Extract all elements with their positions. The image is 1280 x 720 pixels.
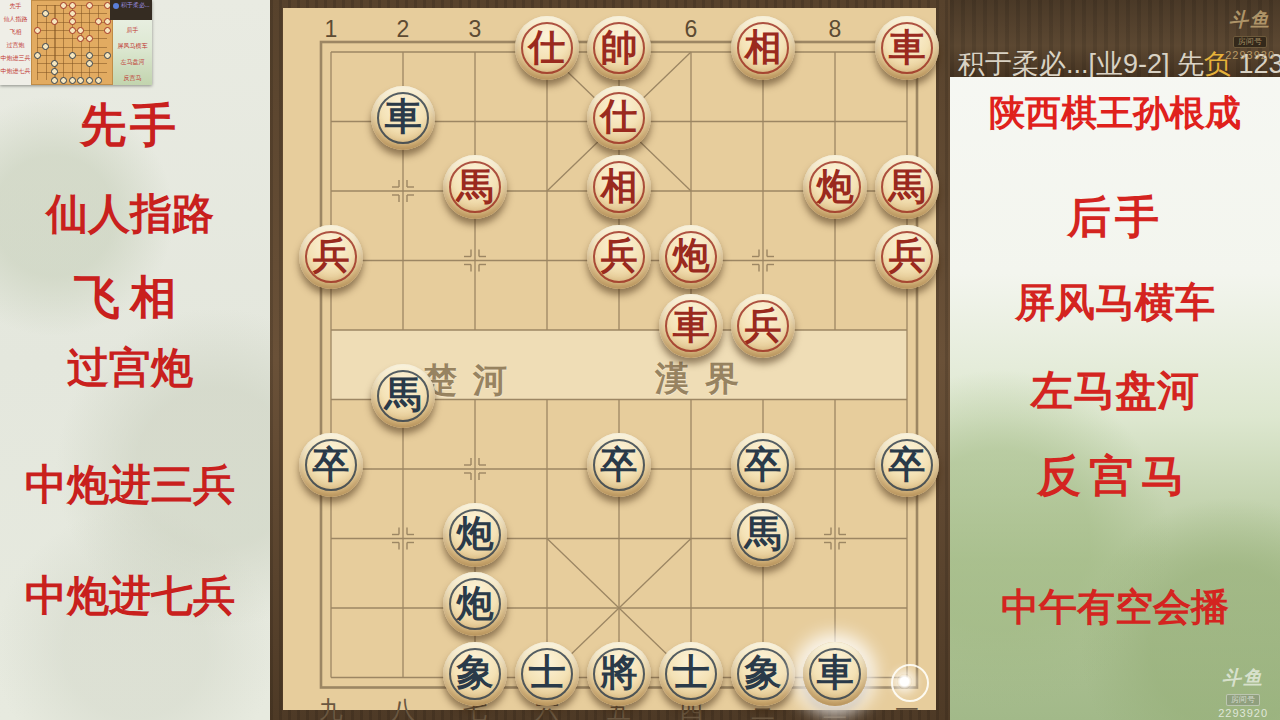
room-number: 2293920 [1218, 707, 1268, 719]
piece-glyph: 帥 [601, 29, 638, 66]
piece-red-仕[interactable]: 仕 [587, 86, 651, 150]
piece-red-馬[interactable]: 馬 [875, 155, 939, 219]
thumb-piece-red [60, 2, 67, 9]
piece-red-炮[interactable]: 炮 [803, 155, 867, 219]
thumb-left-line-2: 飞相 [0, 26, 31, 39]
piece-red-馬[interactable]: 馬 [443, 155, 507, 219]
player-title: 陕西棋王孙根成 [950, 95, 1280, 133]
left-panel-line-0: 先手 [0, 102, 260, 150]
piece-glyph: 士 [529, 654, 566, 691]
picture-in-picture-thumbnail: 先手仙人指路飞相过宫炮中炮进三兵中炮进七兵 后手屏风马横车左马盘河反宫马 积于柔… [0, 0, 152, 85]
right-panel-line-1: 屏风马横车 [950, 282, 1280, 324]
piece-glyph: 炮 [673, 237, 710, 274]
piece-red-相[interactable]: 相 [731, 16, 795, 80]
thumbnail-header-text: 积于柔必... [121, 1, 150, 10]
thumbnail-board-grid [37, 5, 107, 80]
piece-glyph: 炮 [457, 585, 494, 622]
thumb-piece-red [77, 27, 84, 34]
left-panel-line-5: 中炮进七兵 [0, 574, 260, 618]
river-label-chu: 楚河 [423, 358, 523, 404]
piece-black-車[interactable]: 車 [371, 86, 435, 150]
thumbnail-left-strip: 先手仙人指路飞相过宫炮中炮进三兵中炮进七兵 [0, 0, 31, 85]
piece-black-士[interactable]: 士 [659, 642, 723, 706]
piece-black-卒[interactable]: 卒 [875, 433, 939, 497]
piece-glyph: 卒 [745, 446, 782, 483]
left-annotation-panel: 先手仙人指路飞相过宫炮中炮进三兵中炮进七兵 后手屏风马横车左马盘河反宫马 积于柔… [0, 0, 270, 720]
thumb-piece-black [77, 77, 84, 84]
stream-frame: 先手仙人指路飞相过宫炮中炮进三兵中炮进七兵 后手屏风马横车左马盘河反宫马 积于柔… [0, 0, 1280, 720]
piece-glyph: 相 [601, 168, 638, 205]
piece-red-兵[interactable]: 兵 [587, 225, 651, 289]
piece-glyph: 車 [385, 98, 422, 135]
piece-glyph: 將 [601, 654, 638, 691]
piece-red-兵[interactable]: 兵 [875, 225, 939, 289]
piece-red-車[interactable]: 車 [659, 294, 723, 358]
file-label-top-2: 2 [397, 16, 410, 43]
file-label-top-1: 1 [325, 16, 338, 43]
schedule-note: 中午有空会播 [950, 588, 1280, 628]
piece-red-相[interactable]: 相 [587, 155, 651, 219]
douyu-brand-icon: 斗鱼 [1218, 668, 1268, 688]
right-panel-line-3: 反宫马 [950, 454, 1280, 500]
piece-black-象[interactable]: 象 [731, 642, 795, 706]
file-label-bottom-九: 九 [319, 694, 343, 720]
thumb-piece-black [51, 77, 58, 84]
mouse-cursor-highlight [891, 664, 929, 702]
thumb-piece-black [95, 77, 102, 84]
thumb-piece-red [51, 18, 58, 25]
douyu-watermark-bottom: 斗鱼 房间号 2293920 [1218, 668, 1268, 719]
thumb-piece-black [104, 52, 111, 59]
thumb-left-line-3: 过宫炮 [0, 39, 31, 52]
piece-black-馬[interactable]: 馬 [731, 503, 795, 567]
piece-red-炮[interactable]: 炮 [659, 225, 723, 289]
piece-black-炮[interactable]: 炮 [443, 503, 507, 567]
piece-black-卒[interactable]: 卒 [587, 433, 651, 497]
thumb-left-line-0: 先手 [0, 0, 31, 13]
file-label-top-6: 6 [685, 16, 698, 43]
piece-glyph: 兵 [745, 307, 782, 344]
piece-glyph: 象 [457, 654, 494, 691]
piece-glyph: 馬 [889, 168, 926, 205]
piece-red-兵[interactable]: 兵 [731, 294, 795, 358]
piece-glyph: 車 [889, 29, 926, 66]
thumb-left-line-5: 中炮进七兵 [0, 65, 31, 78]
thumb-right-line-2: 左马盘河 [113, 56, 152, 68]
thumb-piece-red [69, 27, 76, 34]
piece-glyph: 卒 [313, 446, 350, 483]
piece-black-卒[interactable]: 卒 [299, 433, 363, 497]
file-label-top-3: 3 [469, 16, 482, 43]
file-label-top-8: 8 [829, 16, 842, 43]
thumb-piece-black [69, 52, 76, 59]
left-panel-line-2: 飞相 [0, 274, 260, 322]
room-number: 2293920 [1225, 49, 1275, 61]
xiangqi-board[interactable]: 楚河 漢界 123456789九八七六五四三二一 仕帥相車仕馬相炮馬兵兵炮兵車兵… [283, 8, 936, 710]
room-label: 房间号 [1233, 36, 1267, 48]
piece-glyph: 馬 [385, 376, 422, 413]
thumb-piece-red [69, 10, 76, 17]
right-panel-line-2: 左马盘河 [950, 369, 1280, 413]
thumb-piece-black [42, 43, 49, 50]
piece-red-帥[interactable]: 帥 [587, 16, 651, 80]
douyu-brand-icon: 斗鱼 [1225, 10, 1275, 30]
thumb-piece-red [86, 35, 93, 42]
thumb-piece-red [69, 18, 76, 25]
thumb-piece-red [86, 2, 93, 9]
thumb-right-line-3: 反宫马 [113, 72, 152, 84]
piece-glyph: 車 [673, 307, 710, 344]
thumb-piece-red [104, 27, 111, 34]
piece-glyph: 仕 [601, 98, 638, 135]
piece-black-象[interactable]: 象 [443, 642, 507, 706]
left-panel-line-3: 过宫炮 [0, 346, 260, 390]
piece-glyph: 炮 [457, 515, 494, 552]
match-players-prefix: 积于柔必...[业9-2] 先 [958, 49, 1204, 77]
thumb-piece-red [77, 35, 84, 42]
piece-red-仕[interactable]: 仕 [515, 16, 579, 80]
piece-glyph: 卒 [601, 446, 638, 483]
piece-glyph: 車 [817, 654, 854, 691]
board-frame: 楚河 漢界 123456789九八七六五四三二一 仕帥相車仕馬相炮馬兵兵炮兵車兵… [270, 0, 950, 720]
thumb-right-line-0: 后手 [113, 24, 152, 36]
river-label-han: 漢界 [655, 356, 755, 402]
piece-glyph: 士 [673, 654, 710, 691]
avatar-dot-icon [113, 3, 119, 9]
thumb-piece-black [69, 77, 76, 84]
piece-black-炮[interactable]: 炮 [443, 572, 507, 636]
piece-glyph: 兵 [313, 237, 350, 274]
left-panel-line-1: 仙人指路 [0, 192, 260, 236]
piece-glyph: 兵 [601, 237, 638, 274]
piece-glyph: 炮 [817, 168, 854, 205]
piece-black-將[interactable]: 將 [587, 642, 651, 706]
file-label-bottom-八: 八 [391, 694, 415, 720]
room-label: 房间号 [1226, 694, 1260, 706]
thumb-piece-black [60, 77, 67, 84]
thumb-piece-red [69, 2, 76, 9]
thumb-piece-black [42, 10, 49, 17]
douyu-logo-top: 斗鱼 房间号 2293920 [1225, 10, 1275, 61]
piece-glyph: 象 [745, 654, 782, 691]
thumb-piece-black [86, 52, 93, 59]
piece-glyph: 馬 [457, 168, 494, 205]
piece-black-馬[interactable]: 馬 [371, 364, 435, 428]
thumb-left-line-4: 中炮进三兵 [0, 52, 31, 65]
thumbnail-header-bar: 积于柔必... [110, 0, 152, 20]
thumb-piece-black [51, 68, 58, 75]
thumbnail-mini-board [31, 0, 113, 85]
right-annotation-panel: 陕西棋王孙根成 后手屏风马横车左马盘河反宫马 中午有空会播 [950, 0, 1280, 720]
thumb-piece-black [51, 60, 58, 67]
thumb-piece-red [34, 27, 41, 34]
thumb-piece-red [95, 18, 102, 25]
piece-glyph: 兵 [889, 237, 926, 274]
piece-black-士[interactable]: 士 [515, 642, 579, 706]
piece-glyph: 馬 [745, 515, 782, 552]
right-panel-line-0: 后手 [950, 195, 1280, 241]
piece-red-兵[interactable]: 兵 [299, 225, 363, 289]
thumb-left-line-1: 仙人指路 [0, 13, 31, 26]
piece-black-車[interactable]: 車 [803, 642, 867, 706]
piece-glyph: 仕 [529, 29, 566, 66]
piece-glyph: 卒 [889, 446, 926, 483]
left-panel-line-4: 中炮进三兵 [0, 463, 260, 507]
thumb-piece-black [86, 77, 93, 84]
piece-red-車[interactable]: 車 [875, 16, 939, 80]
piece-glyph: 相 [745, 29, 782, 66]
thumb-piece-black [34, 52, 41, 59]
thumb-piece-black [86, 60, 93, 67]
thumb-right-line-1: 屏风马横车 [113, 40, 152, 52]
piece-black-卒[interactable]: 卒 [731, 433, 795, 497]
